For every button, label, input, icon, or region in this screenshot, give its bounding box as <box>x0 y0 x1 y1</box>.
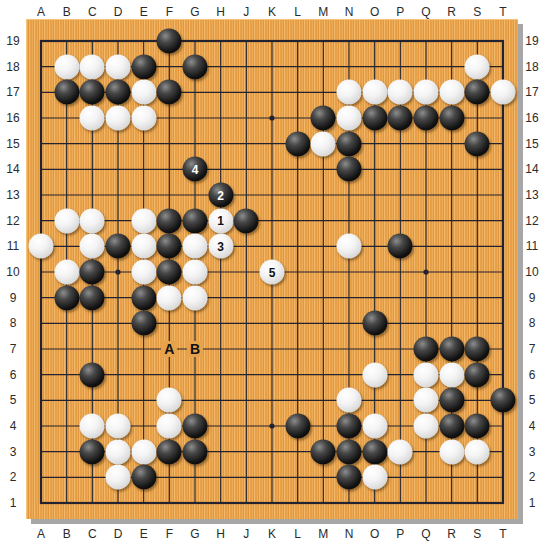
coord-right-15: 15 <box>525 138 538 150</box>
stone-B12 <box>54 208 79 233</box>
coord-right-17: 17 <box>525 86 538 98</box>
coord-right-10: 10 <box>525 266 538 278</box>
stone-R17 <box>439 80 464 105</box>
stone-G14: 4 <box>183 157 208 182</box>
coord-bottom-D: D <box>114 528 123 540</box>
coord-bottom-M: M <box>318 528 328 540</box>
coord-top-J: J <box>243 6 249 18</box>
stone-D11 <box>106 234 131 259</box>
stone-B17 <box>54 80 79 105</box>
coord-bottom-G: G <box>190 528 199 540</box>
coord-left-4: 4 <box>10 420 17 432</box>
coord-right-13: 13 <box>525 189 538 201</box>
stone-T17 <box>491 80 516 105</box>
move-number-3: 3 <box>217 240 224 252</box>
stone-C9 <box>80 285 105 310</box>
coord-left-11: 11 <box>7 240 19 252</box>
stone-R6 <box>439 362 464 387</box>
coord-top-D: D <box>114 6 123 18</box>
coord-top-L: L <box>294 6 301 18</box>
coord-right-12: 12 <box>525 215 538 227</box>
coord-right-4: 4 <box>529 420 536 432</box>
stone-D16 <box>106 106 131 131</box>
stone-S15 <box>465 131 490 156</box>
coord-top-K: K <box>268 6 276 18</box>
coord-top-H: H <box>216 6 225 18</box>
stone-C4 <box>80 414 105 439</box>
stone-A11 <box>29 234 54 259</box>
coord-bottom-B: B <box>63 528 71 540</box>
stone-O4 <box>362 414 387 439</box>
stone-P17 <box>388 80 413 105</box>
go-board-screenshot: 42135 AB AABBCCDDEEFFGGHHJJKKLLMMNNOOPPQ… <box>0 0 550 550</box>
stone-P16 <box>388 106 413 131</box>
stone-F5 <box>157 388 182 413</box>
stone-E9 <box>131 285 156 310</box>
stone-S17 <box>465 80 490 105</box>
coord-bottom-K: K <box>268 528 276 540</box>
coord-bottom-T: T <box>499 528 506 540</box>
stone-H12: 1 <box>208 208 233 233</box>
stone-R16 <box>439 106 464 131</box>
coord-right-1: 1 <box>529 497 536 509</box>
stone-K10: 5 <box>260 260 285 285</box>
stone-G3 <box>183 439 208 464</box>
stone-N16 <box>337 106 362 131</box>
stone-C3 <box>80 439 105 464</box>
stone-E18 <box>131 54 156 79</box>
stone-N17 <box>337 80 362 105</box>
coord-bottom-R: R <box>447 528 456 540</box>
coord-left-6: 6 <box>10 369 17 381</box>
move-number-1: 1 <box>217 215 224 227</box>
stone-O6 <box>362 362 387 387</box>
coord-left-17: 17 <box>6 86 19 98</box>
coord-bottom-E: E <box>140 528 148 540</box>
coord-bottom-L: L <box>294 528 301 540</box>
coord-bottom-Q: Q <box>421 528 430 540</box>
stone-E12 <box>131 208 156 233</box>
stone-E17 <box>131 80 156 105</box>
coord-left-10: 10 <box>6 266 19 278</box>
coord-left-13: 13 <box>6 189 19 201</box>
coord-top-G: G <box>190 6 199 18</box>
stone-R7 <box>439 337 464 362</box>
stone-C11 <box>80 234 105 259</box>
coord-right-14: 14 <box>525 163 538 175</box>
stone-G18 <box>183 54 208 79</box>
coord-bottom-O: O <box>370 528 379 540</box>
stone-S7 <box>465 337 490 362</box>
coord-top-N: N <box>345 6 354 18</box>
stone-S18 <box>465 54 490 79</box>
coord-right-6: 6 <box>529 369 536 381</box>
stone-L4 <box>285 414 310 439</box>
coord-right-8: 8 <box>529 317 536 329</box>
coord-right-9: 9 <box>529 292 536 304</box>
coord-left-18: 18 <box>6 61 19 73</box>
stone-G4 <box>183 414 208 439</box>
stone-F9 <box>157 285 182 310</box>
stone-E10 <box>131 260 156 285</box>
stone-F17 <box>157 80 182 105</box>
stone-Q5 <box>414 388 439 413</box>
coord-bottom-H: H <box>216 528 225 540</box>
stone-N11 <box>337 234 362 259</box>
stone-H13: 2 <box>208 183 233 208</box>
coord-right-5: 5 <box>529 394 536 406</box>
stone-J12 <box>234 208 259 233</box>
stone-F12 <box>157 208 182 233</box>
coord-left-12: 12 <box>6 215 19 227</box>
coord-left-9: 9 <box>10 292 17 304</box>
coord-top-O: O <box>370 6 379 18</box>
stone-B18 <box>54 54 79 79</box>
stone-S6 <box>465 362 490 387</box>
stone-N4 <box>337 414 362 439</box>
stone-C16 <box>80 106 105 131</box>
stone-D2 <box>106 465 131 490</box>
stone-M15 <box>311 131 336 156</box>
stone-E11 <box>131 234 156 259</box>
coord-right-2: 2 <box>529 471 536 483</box>
stone-Q7 <box>414 337 439 362</box>
stone-D4 <box>106 414 131 439</box>
stone-M16 <box>311 106 336 131</box>
stone-C6 <box>80 362 105 387</box>
stone-G9 <box>183 285 208 310</box>
coord-bottom-C: C <box>88 528 97 540</box>
stone-H11: 3 <box>208 234 233 259</box>
coord-left-15: 15 <box>6 138 19 150</box>
point-label-B: B <box>187 341 203 357</box>
coord-top-S: S <box>473 6 481 18</box>
stone-O16 <box>362 106 387 131</box>
stone-G10 <box>183 260 208 285</box>
stone-O8 <box>362 311 387 336</box>
stone-E3 <box>131 439 156 464</box>
stone-F11 <box>157 234 182 259</box>
coord-left-5: 5 <box>10 394 17 406</box>
stone-D3 <box>106 439 131 464</box>
stone-F19 <box>157 29 182 54</box>
stone-Q17 <box>414 80 439 105</box>
coord-left-14: 14 <box>6 163 19 175</box>
stone-Q6 <box>414 362 439 387</box>
stone-C18 <box>80 54 105 79</box>
coord-bottom-A: A <box>37 528 45 540</box>
stone-N5 <box>337 388 362 413</box>
stone-R5 <box>439 388 464 413</box>
stone-E2 <box>131 465 156 490</box>
coord-top-F: F <box>166 6 173 18</box>
stone-E16 <box>131 106 156 131</box>
move-number-2: 2 <box>217 189 224 201</box>
stone-O17 <box>362 80 387 105</box>
stone-G12 <box>183 208 208 233</box>
coord-top-M: M <box>318 6 328 18</box>
stone-O3 <box>362 439 387 464</box>
coord-right-19: 19 <box>525 35 538 47</box>
stone-C10 <box>80 260 105 285</box>
stone-N14 <box>337 157 362 182</box>
coord-left-3: 3 <box>10 446 17 458</box>
stone-R4 <box>439 414 464 439</box>
stone-Q16 <box>414 106 439 131</box>
point-label-A: A <box>161 341 177 357</box>
coord-top-C: C <box>88 6 97 18</box>
stone-L15 <box>285 131 310 156</box>
coord-bottom-F: F <box>166 528 173 540</box>
coord-top-R: R <box>447 6 456 18</box>
coord-right-7: 7 <box>529 343 536 355</box>
coord-left-8: 8 <box>10 317 17 329</box>
coord-top-B: B <box>63 6 71 18</box>
stone-R3 <box>439 439 464 464</box>
coord-top-Q: Q <box>421 6 430 18</box>
coord-right-18: 18 <box>525 61 538 73</box>
coord-top-P: P <box>396 6 404 18</box>
stone-P3 <box>388 439 413 464</box>
stone-F4 <box>157 414 182 439</box>
stone-S3 <box>465 439 490 464</box>
stone-P11 <box>388 234 413 259</box>
coord-bottom-J: J <box>243 528 249 540</box>
coord-left-1: 1 <box>10 497 17 509</box>
stone-B9 <box>54 285 79 310</box>
move-number-5: 5 <box>269 266 276 278</box>
coord-top-A: A <box>37 6 45 18</box>
stone-N15 <box>337 131 362 156</box>
stone-F3 <box>157 439 182 464</box>
stone-M3 <box>311 439 336 464</box>
stone-B10 <box>54 260 79 285</box>
stone-N3 <box>337 439 362 464</box>
coord-top-T: T <box>499 6 506 18</box>
coord-bottom-S: S <box>473 528 481 540</box>
coord-top-E: E <box>140 6 148 18</box>
coord-bottom-P: P <box>396 528 404 540</box>
move-number-4: 4 <box>192 163 199 175</box>
stone-F10 <box>157 260 182 285</box>
stone-C12 <box>80 208 105 233</box>
stone-O2 <box>362 465 387 490</box>
coord-right-3: 3 <box>529 446 536 458</box>
stone-D17 <box>106 80 131 105</box>
coord-bottom-N: N <box>345 528 354 540</box>
coord-right-11: 11 <box>526 240 538 252</box>
coord-right-16: 16 <box>525 112 538 124</box>
stone-N2 <box>337 465 362 490</box>
stone-D18 <box>106 54 131 79</box>
stone-G11 <box>183 234 208 259</box>
stone-T5 <box>491 388 516 413</box>
coord-left-16: 16 <box>6 112 19 124</box>
stone-C17 <box>80 80 105 105</box>
coord-left-7: 7 <box>10 343 17 355</box>
coord-left-19: 19 <box>6 35 19 47</box>
stone-S4 <box>465 414 490 439</box>
stone-E8 <box>131 311 156 336</box>
coord-left-2: 2 <box>10 471 17 483</box>
stone-Q4 <box>414 414 439 439</box>
